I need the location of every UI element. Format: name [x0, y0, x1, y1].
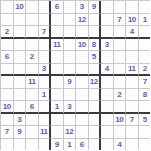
cell-r11-c0[interactable]	[1, 139, 14, 151]
cell-r7-c7[interactable]	[89, 89, 102, 102]
cell-r10-c11[interactable]	[139, 126, 151, 139]
cell-r3-c10[interactable]	[126, 39, 139, 52]
cell-r8-c8[interactable]	[101, 101, 114, 114]
cell-r9-c3[interactable]	[39, 114, 52, 127]
cell-r9-c0[interactable]	[1, 114, 14, 127]
cell-r5-c8[interactable]: 4	[101, 64, 114, 77]
cell-r11-c6[interactable]: 6	[76, 139, 89, 151]
cell-r0-c4[interactable]: 6	[51, 1, 64, 14]
cell-r8-c10[interactable]	[126, 101, 139, 114]
cell-r9-c10[interactable]: 7	[126, 114, 139, 127]
cell-r11-c7[interactable]	[89, 139, 102, 151]
cell-r8-c1[interactable]	[14, 101, 27, 114]
cell-r11-c1[interactable]	[14, 139, 27, 151]
cell-r5-c5[interactable]	[64, 64, 77, 77]
cell-r8-c4[interactable]: 1	[51, 101, 64, 114]
cell-r3-c0[interactable]	[1, 39, 14, 52]
cell-r3-c5[interactable]	[64, 39, 77, 52]
cell-r7-c10[interactable]	[126, 89, 139, 102]
cell-r8-c11[interactable]	[139, 101, 151, 114]
cell-r4-c3[interactable]	[39, 51, 52, 64]
cell-r5-c3[interactable]: 3	[39, 64, 52, 77]
cell-r5-c9[interactable]	[114, 64, 127, 77]
cell-r1-c2[interactable]	[26, 14, 39, 27]
cell-r1-c3[interactable]	[39, 14, 52, 27]
cell-r10-c4[interactable]	[51, 126, 64, 139]
cell-r0-c7[interactable]: 9	[89, 1, 102, 14]
cell-r8-c7[interactable]	[89, 101, 102, 114]
cell-r6-c8[interactable]	[101, 76, 114, 89]
cell-r8-c2[interactable]: 6	[26, 101, 39, 114]
cell-r9-c7[interactable]	[89, 114, 102, 127]
cell-r9-c11[interactable]: 5	[139, 114, 151, 127]
cell-r0-c10[interactable]	[126, 1, 139, 14]
cell-r6-c1[interactable]	[14, 76, 27, 89]
cell-r1-c7[interactable]	[89, 14, 102, 27]
cell-r5-c4[interactable]	[51, 64, 64, 77]
cell-r0-c1[interactable]: 10	[14, 1, 27, 14]
cell-r4-c8[interactable]	[101, 51, 114, 64]
cell-r6-c2[interactable]: 11	[26, 76, 39, 89]
cell-r5-c7[interactable]	[89, 64, 102, 77]
cell-r6-c11[interactable]: 7	[139, 76, 151, 89]
cell-r2-c4[interactable]	[51, 26, 64, 39]
cell-r8-c5[interactable]: 3	[64, 101, 77, 114]
cell-r3-c4[interactable]: 11	[51, 39, 64, 52]
cell-r2-c5[interactable]	[64, 26, 77, 39]
cell-r6-c9[interactable]	[114, 76, 127, 89]
cell-r6-c3[interactable]	[39, 76, 52, 89]
cell-r11-c5[interactable]: 1	[64, 139, 77, 151]
cell-r8-c0[interactable]: 10	[1, 101, 14, 114]
cell-r0-c0[interactable]	[1, 1, 14, 14]
cell-r7-c5[interactable]	[64, 89, 77, 102]
cell-r3-c11[interactable]	[139, 39, 151, 52]
cell-r11-c3[interactable]	[39, 139, 52, 151]
cell-r3-c9[interactable]	[114, 39, 127, 52]
cell-r6-c4[interactable]	[51, 76, 64, 89]
cell-r7-c2[interactable]	[26, 89, 39, 102]
cell-r5-c6[interactable]	[76, 64, 89, 77]
cell-r10-c7[interactable]	[89, 126, 102, 139]
cell-r4-c5[interactable]	[64, 51, 77, 64]
cell-r7-c3[interactable]: 1	[39, 89, 52, 102]
cell-r4-c4[interactable]	[51, 51, 64, 64]
sudoku-board: 1063912710127411108362534112119127128106…	[0, 0, 150, 150]
cell-r3-c8[interactable]: 3	[101, 39, 114, 52]
cell-r3-c2[interactable]	[26, 39, 39, 52]
cell-r1-c4[interactable]	[51, 14, 64, 27]
cell-r4-c0[interactable]: 6	[1, 51, 14, 64]
cell-r9-c1[interactable]: 3	[14, 114, 27, 127]
cell-r2-c11[interactable]	[139, 26, 151, 39]
cell-r1-c6[interactable]: 12	[76, 14, 89, 27]
cell-r4-c2[interactable]: 2	[26, 51, 39, 64]
cell-r10-c3[interactable]: 11	[39, 126, 52, 139]
cell-r5-c11[interactable]: 2	[139, 64, 151, 77]
cell-r1-c1[interactable]	[14, 14, 27, 27]
cell-r11-c10[interactable]	[126, 139, 139, 151]
cell-r7-c8[interactable]	[101, 89, 114, 102]
cell-r6-c7[interactable]: 12	[89, 76, 102, 89]
cell-r10-c10[interactable]	[126, 126, 139, 139]
cell-r0-c8[interactable]	[101, 1, 114, 14]
cell-r4-c11[interactable]	[139, 51, 151, 64]
cell-r10-c1[interactable]: 9	[14, 126, 27, 139]
cell-r8-c3[interactable]	[39, 101, 52, 114]
cell-r0-c5[interactable]	[64, 1, 77, 14]
cell-r2-c8[interactable]	[101, 26, 114, 39]
cell-r6-c6[interactable]	[76, 76, 89, 89]
cell-r11-c11[interactable]	[139, 139, 151, 151]
cell-r8-c9[interactable]	[114, 101, 127, 114]
cell-r9-c8[interactable]	[101, 114, 114, 127]
cell-r11-c4[interactable]: 9	[51, 139, 64, 151]
cell-r2-c7[interactable]	[89, 26, 102, 39]
cell-r0-c3[interactable]	[39, 1, 52, 14]
cell-r4-c1[interactable]	[14, 51, 27, 64]
cell-r0-c6[interactable]: 3	[76, 1, 89, 14]
cell-r5-c2[interactable]	[26, 64, 39, 77]
cell-r8-c6[interactable]	[76, 101, 89, 114]
cell-r11-c9[interactable]: 4	[114, 139, 127, 151]
cell-r7-c9[interactable]: 2	[114, 89, 127, 102]
cell-r0-c9[interactable]	[114, 1, 127, 14]
cell-r2-c6[interactable]	[76, 26, 89, 39]
cell-r9-c6[interactable]	[76, 114, 89, 127]
cell-r4-c6[interactable]	[76, 51, 89, 64]
cell-r3-c3[interactable]	[39, 39, 52, 52]
cell-r1-c8[interactable]	[101, 14, 114, 27]
cell-r6-c10[interactable]	[126, 76, 139, 89]
cell-r1-c0[interactable]	[1, 14, 14, 27]
cell-r9-c4[interactable]	[51, 114, 64, 127]
cell-r5-c10[interactable]: 11	[126, 64, 139, 77]
cell-r0-c2[interactable]	[26, 1, 39, 14]
cell-r2-c0[interactable]: 2	[1, 26, 14, 39]
cell-r1-c11[interactable]: 1	[139, 14, 151, 27]
cell-r9-c2[interactable]	[26, 114, 39, 127]
cell-r10-c8[interactable]	[101, 126, 114, 139]
cell-r9-c5[interactable]	[64, 114, 77, 127]
cell-r7-c6[interactable]	[76, 89, 89, 102]
cell-r5-c0[interactable]	[1, 64, 14, 77]
cell-r6-c5[interactable]: 9	[64, 76, 77, 89]
cell-r2-c1[interactable]	[14, 26, 27, 39]
cell-r1-c10[interactable]: 10	[126, 14, 139, 27]
cell-r4-c10[interactable]	[126, 51, 139, 64]
cell-r10-c6[interactable]	[76, 126, 89, 139]
cell-r10-c0[interactable]: 7	[1, 126, 14, 139]
cell-r6-c0[interactable]	[1, 76, 14, 89]
cell-r7-c4[interactable]	[51, 89, 64, 102]
cell-r2-c9[interactable]	[114, 26, 127, 39]
cell-r4-c9[interactable]	[114, 51, 127, 64]
cell-r10-c5[interactable]: 12	[64, 126, 77, 139]
cell-r5-c1[interactable]	[14, 64, 27, 77]
cell-r0-c11[interactable]	[139, 1, 151, 14]
cell-r3-c7[interactable]: 8	[89, 39, 102, 52]
cell-r2-c10[interactable]: 4	[126, 26, 139, 39]
cell-r3-c6[interactable]: 10	[76, 39, 89, 52]
cell-r7-c0[interactable]	[1, 89, 14, 102]
cell-r2-c2[interactable]	[26, 26, 39, 39]
cell-r1-c5[interactable]	[64, 14, 77, 27]
cell-r11-c2[interactable]	[26, 139, 39, 151]
cell-r11-c8[interactable]	[101, 139, 114, 151]
cell-r7-c11[interactable]: 8	[139, 89, 151, 102]
cell-r10-c2[interactable]	[26, 126, 39, 139]
cell-r4-c7[interactable]: 5	[89, 51, 102, 64]
cell-r10-c9[interactable]	[114, 126, 127, 139]
cell-r1-c9[interactable]: 7	[114, 14, 127, 27]
cell-r2-c3[interactable]: 7	[39, 26, 52, 39]
cell-r7-c1[interactable]	[14, 89, 27, 102]
cell-r3-c1[interactable]	[14, 39, 27, 52]
cell-r9-c9[interactable]: 10	[114, 114, 127, 127]
